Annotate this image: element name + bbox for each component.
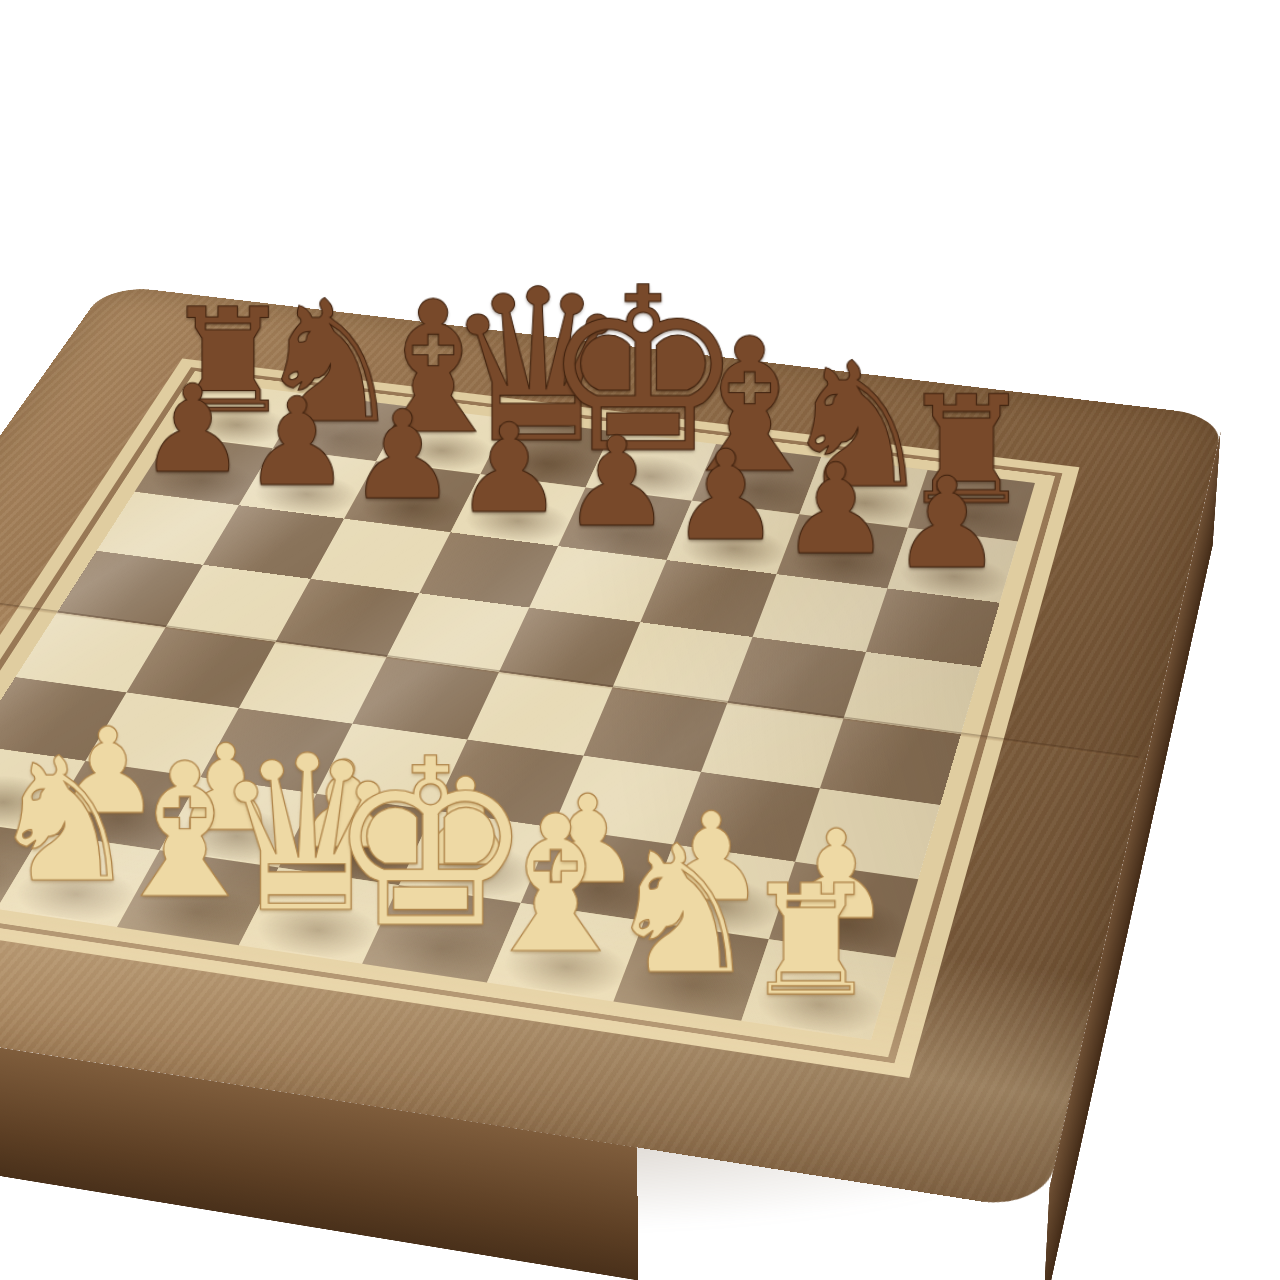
- black-pawn[interactable]: ♟: [453, 406, 563, 529]
- white-rook[interactable]: ♜: [741, 864, 878, 1017]
- board-squares: ♜♞♝♛♚♝♞♜♟♟♟♟♟♟♟♟♟♟♟♟♟♟♟♟♜♞♝♛♚♝♞♜: [0, 381, 1035, 1039]
- square-h7[interactable]: ♟: [887, 527, 1017, 602]
- board-border-inlay: ♜♞♝♛♚♝♞♜♟♟♟♟♟♟♟♟♟♟♟♟♟♟♟♟♜♞♝♛♚♝♞♜: [0, 358, 1079, 1077]
- square-c5[interactable]: [275, 578, 419, 656]
- square-h1[interactable]: ♜: [741, 939, 895, 1040]
- black-pawn[interactable]: ♟: [669, 433, 781, 558]
- square-h5[interactable]: [843, 651, 980, 733]
- black-pawn[interactable]: ♟: [242, 381, 351, 503]
- square-a4[interactable]: [15, 612, 165, 692]
- black-pawn[interactable]: ♟: [779, 446, 891, 571]
- black-pawn[interactable]: ♟: [347, 393, 457, 516]
- chess-board: ♜♞♝♛♚♝♞♜♟♟♟♟♟♟♟♟♟♟♟♟♟♟♟♟♜♞♝♛♚♝♞♜: [0, 284, 1224, 1211]
- black-pawn[interactable]: ♟: [561, 420, 672, 544]
- white-knight[interactable]: ♞: [602, 821, 760, 998]
- square-e5[interactable]: [499, 607, 640, 687]
- scene: ♜♞♝♛♚♝♞♜♟♟♟♟♟♟♟♟♟♟♟♟♟♟♟♟♜♞♝♛♚♝♞♜: [0, 0, 1280, 1280]
- product-photo: ♜♞♝♛♚♝♞♜♟♟♟♟♟♟♟♟♟♟♟♟♟♟♟♟♜♞♝♛♚♝♞♜: [0, 0, 1280, 1280]
- square-d5[interactable]: [386, 593, 529, 672]
- square-g6[interactable]: [752, 574, 887, 652]
- square-g4[interactable]: [701, 702, 844, 788]
- board-frame: ♜♞♝♛♚♝♞♜♟♟♟♟♟♟♟♟♟♟♟♟♟♟♟♟♜♞♝♛♚♝♞♜: [0, 284, 1224, 1211]
- black-pawn[interactable]: ♟: [890, 460, 1003, 586]
- black-pawn[interactable]: ♟: [138, 368, 247, 489]
- square-h4[interactable]: [820, 718, 961, 805]
